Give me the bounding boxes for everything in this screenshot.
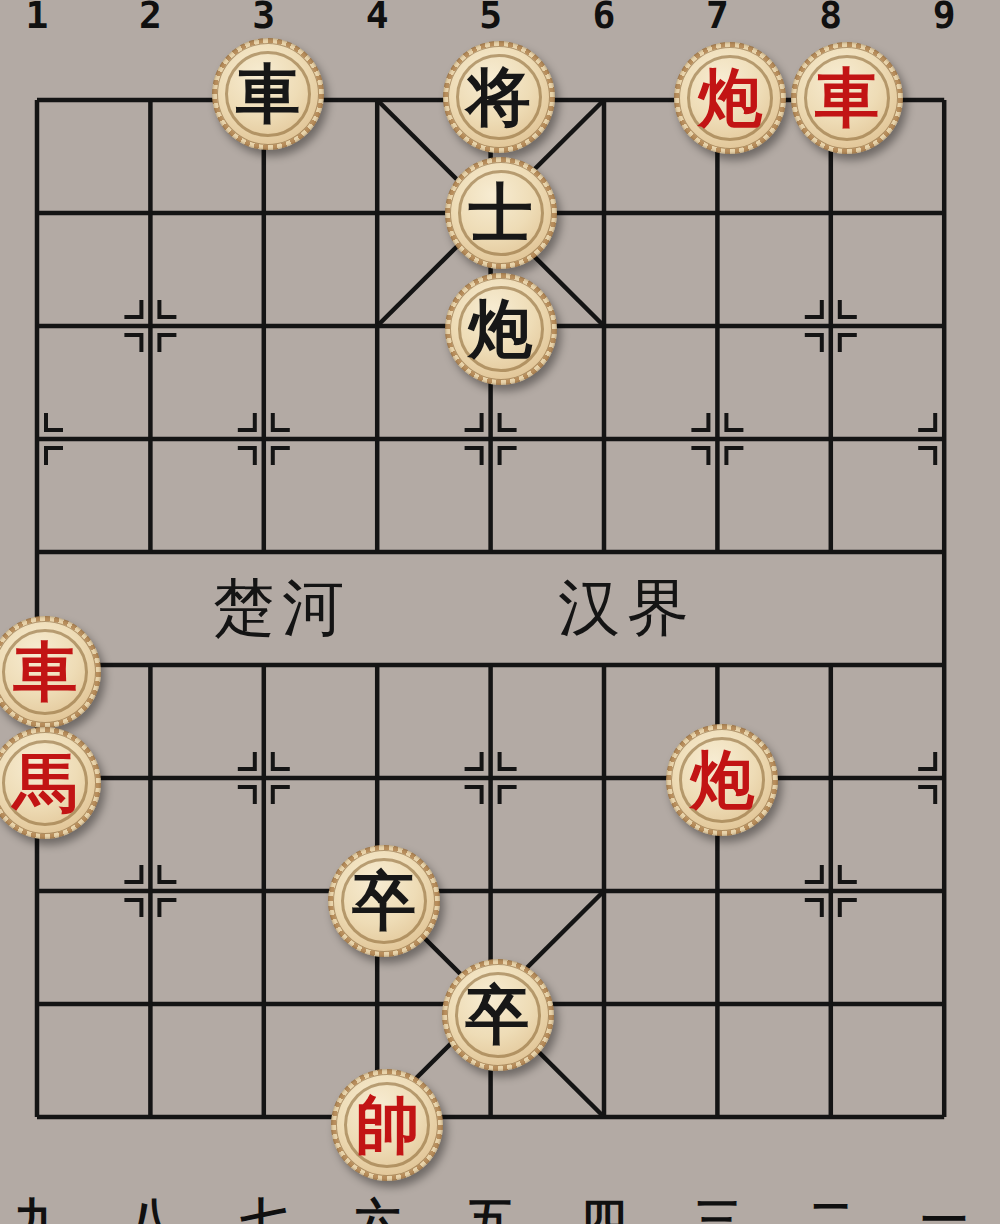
piece-glyph: 士 bbox=[469, 181, 533, 245]
piece-glyph: 炮 bbox=[690, 748, 754, 812]
piece-glyph: 車 bbox=[236, 62, 300, 126]
file-label-top-9: 9 bbox=[933, 0, 956, 34]
point-marker bbox=[805, 300, 822, 317]
piece-glyph: 卒 bbox=[466, 983, 530, 1047]
point-marker bbox=[500, 413, 517, 430]
file-label-bottom-3: 七 bbox=[241, 1197, 287, 1224]
piece-glyph: 馬 bbox=[13, 751, 77, 815]
file-label-top-5: 5 bbox=[479, 0, 502, 34]
black-chariot[interactable]: 車 bbox=[212, 38, 324, 150]
black-general[interactable]: 将 bbox=[443, 41, 555, 153]
point-marker bbox=[159, 865, 176, 882]
point-marker bbox=[805, 900, 822, 917]
point-marker bbox=[691, 448, 708, 465]
point-marker bbox=[238, 448, 255, 465]
black-advisor[interactable]: 士 bbox=[445, 157, 557, 269]
black-soldier[interactable]: 卒 bbox=[328, 845, 440, 957]
point-marker bbox=[726, 448, 743, 465]
point-marker bbox=[918, 787, 935, 804]
point-marker bbox=[465, 787, 482, 804]
file-label-bottom-7: 三 bbox=[694, 1197, 740, 1224]
point-marker bbox=[465, 413, 482, 430]
red-chariot[interactable]: 車 bbox=[791, 42, 903, 154]
point-marker bbox=[500, 787, 517, 804]
point-marker bbox=[124, 865, 141, 882]
piece-glyph: 車 bbox=[13, 640, 77, 704]
point-marker bbox=[840, 300, 857, 317]
point-marker bbox=[124, 335, 141, 352]
file-label-bottom-9: 一 bbox=[921, 1197, 967, 1224]
point-marker bbox=[918, 413, 935, 430]
file-label-bottom-1: 九 bbox=[14, 1197, 60, 1224]
point-marker bbox=[918, 448, 935, 465]
piece-glyph: 将 bbox=[467, 65, 531, 129]
file-label-top-4: 4 bbox=[366, 0, 389, 34]
point-marker bbox=[273, 787, 290, 804]
piece-glyph: 卒 bbox=[352, 869, 416, 933]
point-marker bbox=[840, 865, 857, 882]
file-label-top-2: 2 bbox=[139, 0, 162, 34]
red-cannon[interactable]: 炮 bbox=[666, 724, 778, 836]
file-label-bottom-8: 二 bbox=[808, 1197, 854, 1224]
piece-glyph: 炮 bbox=[469, 297, 533, 361]
point-marker bbox=[159, 900, 176, 917]
point-marker bbox=[238, 752, 255, 769]
file-label-top-8: 8 bbox=[819, 0, 842, 34]
point-marker bbox=[273, 413, 290, 430]
point-marker bbox=[159, 300, 176, 317]
point-marker bbox=[273, 752, 290, 769]
point-marker bbox=[159, 335, 176, 352]
point-marker bbox=[918, 752, 935, 769]
point-marker bbox=[238, 787, 255, 804]
point-marker bbox=[124, 300, 141, 317]
file-label-bottom-2: 八 bbox=[127, 1197, 173, 1224]
point-marker bbox=[840, 900, 857, 917]
red-cannon[interactable]: 炮 bbox=[674, 42, 786, 154]
point-marker bbox=[500, 448, 517, 465]
piece-glyph: 帥 bbox=[355, 1093, 419, 1157]
point-marker bbox=[465, 752, 482, 769]
file-label-top-1: 1 bbox=[26, 0, 49, 34]
point-marker bbox=[691, 413, 708, 430]
point-marker bbox=[805, 865, 822, 882]
xiangqi-screen: 123456789 楚河 汉界 車将炮車士炮車馬炮卒卒帥 九八七六五四三二一 bbox=[0, 0, 1000, 1224]
point-marker bbox=[46, 413, 63, 430]
black-cannon[interactable]: 炮 bbox=[445, 273, 557, 385]
file-label-bottom-4: 六 bbox=[354, 1197, 400, 1224]
point-marker bbox=[840, 335, 857, 352]
point-marker bbox=[273, 448, 290, 465]
red-general[interactable]: 帥 bbox=[331, 1069, 443, 1181]
point-marker bbox=[238, 413, 255, 430]
point-marker bbox=[46, 448, 63, 465]
point-marker bbox=[805, 335, 822, 352]
file-label-bottom-5: 五 bbox=[468, 1197, 514, 1224]
point-marker bbox=[124, 900, 141, 917]
file-label-top-3: 3 bbox=[252, 0, 275, 34]
point-marker bbox=[465, 448, 482, 465]
river-label-left: 楚河 bbox=[213, 577, 351, 639]
piece-glyph: 車 bbox=[815, 66, 879, 130]
river-label-right: 汉界 bbox=[558, 577, 696, 639]
point-marker bbox=[500, 752, 517, 769]
file-label-top-7: 7 bbox=[706, 0, 729, 34]
file-label-top-6: 6 bbox=[593, 0, 616, 34]
piece-glyph: 炮 bbox=[698, 66, 762, 130]
point-marker bbox=[726, 413, 743, 430]
file-label-bottom-6: 四 bbox=[581, 1197, 627, 1224]
black-soldier[interactable]: 卒 bbox=[442, 959, 554, 1071]
